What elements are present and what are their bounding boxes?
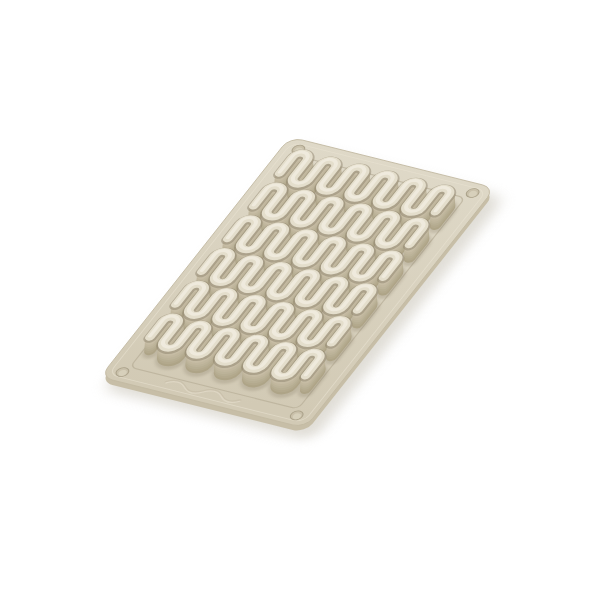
mold-photo-svg: [0, 0, 600, 600]
silicone-mold: [94, 137, 507, 439]
product-photo: [0, 0, 600, 600]
